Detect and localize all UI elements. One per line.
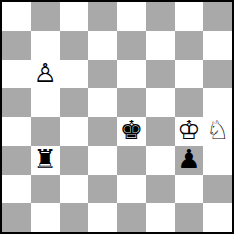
square-a3[interactable] xyxy=(2,146,31,175)
square-g2[interactable] xyxy=(175,175,204,204)
square-a5[interactable] xyxy=(2,88,31,117)
square-d4[interactable] xyxy=(88,117,117,146)
square-f7[interactable] xyxy=(146,31,175,60)
square-h6[interactable] xyxy=(203,60,232,89)
square-h2[interactable] xyxy=(203,175,232,204)
black-rook-icon: ♜ xyxy=(33,146,56,173)
square-f3[interactable] xyxy=(146,146,175,175)
square-d7[interactable] xyxy=(88,31,117,60)
square-e6[interactable] xyxy=(117,60,146,89)
square-f1[interactable] xyxy=(146,203,175,232)
square-b5[interactable] xyxy=(31,88,60,117)
square-g1[interactable] xyxy=(175,203,204,232)
square-e3[interactable] xyxy=(117,146,146,175)
square-a6[interactable] xyxy=(2,60,31,89)
square-f8[interactable] xyxy=(146,2,175,31)
square-c7[interactable] xyxy=(60,31,89,60)
square-d8[interactable] xyxy=(88,2,117,31)
square-h1[interactable] xyxy=(203,203,232,232)
square-g4[interactable]: ♔ xyxy=(175,117,204,146)
square-h7[interactable] xyxy=(203,31,232,60)
square-a1[interactable] xyxy=(2,203,31,232)
square-h3[interactable] xyxy=(203,146,232,175)
square-c6[interactable] xyxy=(60,60,89,89)
square-f2[interactable] xyxy=(146,175,175,204)
square-a4[interactable] xyxy=(2,117,31,146)
square-f6[interactable] xyxy=(146,60,175,89)
square-c8[interactable] xyxy=(60,2,89,31)
square-c3[interactable] xyxy=(60,146,89,175)
square-g7[interactable] xyxy=(175,31,204,60)
square-b1[interactable] xyxy=(31,203,60,232)
square-c2[interactable] xyxy=(60,175,89,204)
square-e8[interactable] xyxy=(117,2,146,31)
square-b7[interactable] xyxy=(31,31,60,60)
white-pawn-icon: ♙ xyxy=(33,60,56,87)
square-g6[interactable] xyxy=(175,60,204,89)
square-c1[interactable] xyxy=(60,203,89,232)
square-b6[interactable]: ♙ xyxy=(31,60,60,89)
square-d2[interactable] xyxy=(88,175,117,204)
white-knight-icon: ♘ xyxy=(206,117,229,144)
square-e5[interactable] xyxy=(117,88,146,117)
chess-diagram: ♙♚♔♘♜♟ xyxy=(0,0,234,234)
square-e4[interactable]: ♚ xyxy=(117,117,146,146)
square-d1[interactable] xyxy=(88,203,117,232)
square-b3[interactable]: ♜ xyxy=(31,146,60,175)
square-c5[interactable] xyxy=(60,88,89,117)
square-d3[interactable] xyxy=(88,146,117,175)
square-e7[interactable] xyxy=(117,31,146,60)
square-c4[interactable] xyxy=(60,117,89,146)
square-h4[interactable]: ♘ xyxy=(203,117,232,146)
square-b2[interactable] xyxy=(31,175,60,204)
square-g5[interactable] xyxy=(175,88,204,117)
black-king-icon: ♚ xyxy=(120,117,143,144)
square-h8[interactable] xyxy=(203,2,232,31)
white-king-icon: ♔ xyxy=(177,117,200,144)
square-b8[interactable] xyxy=(31,2,60,31)
square-e2[interactable] xyxy=(117,175,146,204)
square-a2[interactable] xyxy=(2,175,31,204)
square-g8[interactable] xyxy=(175,2,204,31)
square-b4[interactable] xyxy=(31,117,60,146)
square-g3[interactable]: ♟ xyxy=(175,146,204,175)
black-pawn-icon: ♟ xyxy=(177,146,200,173)
chess-board: ♙♚♔♘♜♟ xyxy=(2,2,232,232)
square-e1[interactable] xyxy=(117,203,146,232)
square-d6[interactable] xyxy=(88,60,117,89)
square-d5[interactable] xyxy=(88,88,117,117)
square-h5[interactable] xyxy=(203,88,232,117)
square-a7[interactable] xyxy=(2,31,31,60)
square-a8[interactable] xyxy=(2,2,31,31)
board-border: ♙♚♔♘♜♟ xyxy=(0,0,234,234)
square-f4[interactable] xyxy=(146,117,175,146)
square-f5[interactable] xyxy=(146,88,175,117)
